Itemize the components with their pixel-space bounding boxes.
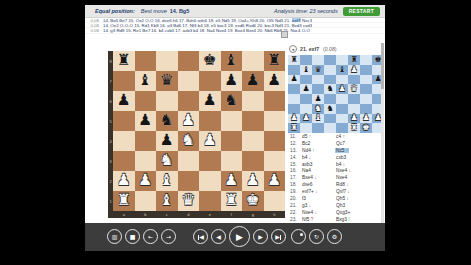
stop-icon: ■ xyxy=(130,233,136,240)
forward-button[interactable]: → xyxy=(161,229,176,244)
white-move[interactable]: axb3 xyxy=(301,162,313,167)
black-move[interactable]: b4 ↓ xyxy=(335,162,346,167)
board-square: ♞ xyxy=(324,104,336,114)
status-bar: Equal position: Best move 14. Bg5 Analys… xyxy=(85,5,385,18)
board-square[interactable]: ♟ xyxy=(264,171,286,191)
board-square xyxy=(324,123,336,133)
white-move[interactable]: exf7+ ↓ xyxy=(301,189,319,194)
file-label: c xyxy=(156,211,178,218)
board-square xyxy=(360,104,372,114)
chess-piece: ♟ xyxy=(138,173,152,189)
chess-piece: ♟ xyxy=(350,66,357,74)
board-square: ♜ xyxy=(348,123,360,133)
board-square[interactable] xyxy=(221,111,243,131)
board-square xyxy=(312,84,324,94)
board-square xyxy=(300,104,312,114)
chess-piece: ♞ xyxy=(181,133,195,149)
board-square[interactable] xyxy=(178,91,200,111)
board-square[interactable]: ♛ xyxy=(178,191,200,211)
black-move[interactable]: Rd8 ↓ xyxy=(335,182,350,187)
preview-eval-label: (0.08) xyxy=(323,46,337,52)
move-number: 13. xyxy=(288,148,301,153)
board-square xyxy=(336,75,348,85)
line-nav-icon[interactable]: ◂ xyxy=(289,45,297,53)
move-list-row: 21.g3 ↓Qh3 xyxy=(288,202,385,209)
chess-piece: ♜ xyxy=(350,124,357,132)
board-square xyxy=(312,123,324,133)
board-square[interactable]: ♝ xyxy=(221,51,243,71)
board-square xyxy=(288,84,300,94)
board-square: ♞ xyxy=(312,104,324,114)
selected-move[interactable]: exf7 xyxy=(292,18,301,23)
board-square[interactable]: ♞ xyxy=(156,151,178,171)
board-square xyxy=(324,94,336,104)
chess-piece: ♝ xyxy=(138,73,152,89)
move-number: 14. xyxy=(288,155,301,160)
move-number: 22. xyxy=(288,210,301,215)
chess-piece: ♟ xyxy=(203,93,217,109)
board-square xyxy=(336,94,348,104)
chess-piece: ♟ xyxy=(117,93,131,109)
chess-piece: ♝ xyxy=(302,66,309,74)
board-square[interactable] xyxy=(242,131,264,151)
line-eval: 0.08 xyxy=(88,23,99,28)
board-square[interactable]: ♞ xyxy=(221,91,243,111)
best-move-value: 14. Bg5 xyxy=(170,8,190,14)
white-move[interactable]: Bxe4 ↓ xyxy=(301,175,318,180)
chess-piece: ♜ xyxy=(290,124,297,132)
board-square[interactable] xyxy=(156,51,178,71)
board-square xyxy=(360,65,372,75)
board-square: ♜ xyxy=(348,55,360,65)
board-square[interactable] xyxy=(113,151,135,171)
file-labels: abcdefgh xyxy=(113,211,285,218)
line-moves: 14. g3 Rd8 15. Re1 Be7 16. b4 cxb3 17. a… xyxy=(103,28,310,33)
chess-piece: ♟ xyxy=(362,114,369,122)
board-square[interactable]: ♜ xyxy=(264,51,286,71)
board-square[interactable] xyxy=(242,111,264,131)
panel-resize-handle[interactable] xyxy=(281,31,288,38)
board-square xyxy=(336,55,348,65)
board-square xyxy=(336,123,348,133)
chess-piece: ♝ xyxy=(160,173,174,189)
board-square[interactable] xyxy=(264,191,286,211)
chess-piece: ♝ xyxy=(314,114,321,122)
board-square: ♚ xyxy=(360,123,372,133)
board-square[interactable] xyxy=(178,171,200,191)
white-move[interactable]: g3 ↓ xyxy=(301,203,312,208)
board-square: ♝ xyxy=(300,65,312,75)
line-moves: 14. Qe2 O-O-O 15. Rd1 Kb8 16. g3 Bd6 17.… xyxy=(103,23,312,28)
chess-piece: ♛ xyxy=(160,73,174,89)
board-square: ♟ xyxy=(348,114,360,124)
board-square[interactable] xyxy=(199,191,221,211)
arrow-right-icon: → xyxy=(166,233,171,240)
step-forward-button[interactable]: ▶ xyxy=(253,229,268,244)
chess-piece: ♞ xyxy=(160,153,174,169)
white-move[interactable]: Na4 xyxy=(301,168,312,173)
board-square[interactable] xyxy=(264,131,286,151)
board-square[interactable]: ♟ xyxy=(135,111,157,131)
board-square xyxy=(360,84,372,94)
step-back-icon: ◀ xyxy=(216,233,221,240)
move-list-row: 16.Na4Nxe4 ↓ xyxy=(288,167,385,174)
game-move-list: 11.d5 ↑c4 ↑12.Bc2Qc713.Nd4 ↑Nc5 ↑14.b4 ↓… xyxy=(288,133,385,223)
board-square[interactable] xyxy=(135,151,157,171)
board-square: ♟ xyxy=(300,84,312,94)
black-move[interactable]: Nxe4 ↓ xyxy=(335,168,352,173)
board-square[interactable] xyxy=(178,151,200,171)
move-list-row: 23.Nf5 ?Bxg3 ! xyxy=(288,216,385,223)
chess-piece: ♞ xyxy=(314,105,321,113)
chess-piece: ♚ xyxy=(203,53,217,69)
play-button[interactable]: ▶ xyxy=(229,226,250,247)
move-number: 11. xyxy=(288,134,301,139)
chess-piece: ♞ xyxy=(160,113,174,129)
move-list-row: 22.Nxe4 ↓Qxg3+ xyxy=(288,209,385,216)
stop-button[interactable]: ■ xyxy=(125,229,140,244)
chess-piece: ♜ xyxy=(267,53,281,69)
black-move[interactable]: Qh5 ↓ xyxy=(335,196,350,201)
skip-start-button[interactable]: ◀ xyxy=(193,229,208,244)
board-square[interactable] xyxy=(242,51,264,71)
board-square: ♟ xyxy=(360,114,372,124)
chess-piece: ♚ xyxy=(246,193,260,209)
move-number: 20. xyxy=(288,196,301,201)
line-moves: 14. Bg5 Be7 15. Qe2 O-O 16. dxe6 h6 17. … xyxy=(103,18,312,23)
board-square xyxy=(336,104,348,114)
board-square: ♛ xyxy=(348,84,360,94)
board-square[interactable]: ♟ xyxy=(221,171,243,191)
analysis-time-label: Analysis time: 23 seconds xyxy=(274,8,338,14)
board-square xyxy=(360,55,372,65)
move-list-row: 12.Bc2Qc7 xyxy=(288,140,385,147)
move-list-row: 17.Bxe4 ↓Nxe4 xyxy=(288,174,385,181)
move-number: 18. xyxy=(288,182,301,187)
black-move[interactable]: Bxg3 ! xyxy=(335,217,351,222)
board-square xyxy=(288,94,300,104)
board-square[interactable] xyxy=(264,151,286,171)
trash-icon: ▥ xyxy=(112,233,118,240)
chess-piece: ♟ xyxy=(302,85,309,93)
chess-piece: ♟ xyxy=(224,73,238,89)
board-square xyxy=(348,104,360,114)
chess-piece: ♟ xyxy=(290,75,297,83)
panel-scrollbar[interactable] xyxy=(381,43,384,223)
board-square[interactable]: ♛ xyxy=(156,71,178,91)
board-square[interactable]: ♜ xyxy=(113,191,135,211)
board-square[interactable]: ♟ xyxy=(264,71,286,91)
line-preview-header: ◂ 21. exf7 (0.08) xyxy=(288,43,385,55)
best-move-label: Best move xyxy=(141,8,167,14)
chess-piece: ♜ xyxy=(350,56,357,64)
board-square[interactable] xyxy=(135,91,157,111)
board-square xyxy=(288,104,300,114)
board-square: ♟ xyxy=(312,94,324,104)
board-square xyxy=(324,75,336,85)
board-square[interactable]: ♟ xyxy=(135,171,157,191)
board-square xyxy=(312,55,324,65)
black-move[interactable]: c4 ↑ xyxy=(335,134,346,139)
chess-piece: ♞ xyxy=(326,85,333,93)
move-number: 19. xyxy=(288,189,301,194)
chess-piece: ♟ xyxy=(350,114,357,122)
board-square[interactable] xyxy=(264,91,286,111)
chess-piece: ♜ xyxy=(117,193,131,209)
line-preview-board: ♜♜♚♝♛♝♟♟♟♟♞♟♛♟♞♞♟♟♝♟♟♟♜♜♚ xyxy=(288,55,385,133)
black-move[interactable]: Qc7 xyxy=(335,141,346,146)
board-square: ♟ xyxy=(288,75,300,85)
board-square[interactable]: ♝ xyxy=(135,71,157,91)
engine-lines: 0.0814. Bg5 Be7 15. Qe2 O-O 16. dxe6 h6 … xyxy=(85,18,385,35)
black-move[interactable]: Qxf7 ↓ xyxy=(335,189,351,194)
main-board-frame: 87654321 ♜♚♝♜♝♛♟♟♟♟♟♞♟♞♟♟♞♟♞♟♟♝♟♟♟♜♝♛♜♚ … xyxy=(108,51,285,218)
skip-end-button[interactable]: ▶ xyxy=(271,229,286,244)
black-move[interactable]: Qh3 xyxy=(335,203,346,208)
board-square: ♝ xyxy=(336,65,348,75)
board-square[interactable]: ♞ xyxy=(156,111,178,131)
chess-piece: ♜ xyxy=(290,56,297,64)
chess-piece: ♟ xyxy=(246,173,260,189)
move-number: 12. xyxy=(288,141,301,146)
play-icon: ▶ xyxy=(236,232,243,242)
preview-move-label: 21. exf7 xyxy=(300,46,319,52)
board-square: ♜ xyxy=(288,123,300,133)
board-square[interactable]: ♟ xyxy=(242,171,264,191)
board-square xyxy=(336,114,348,124)
board-square: ♝ xyxy=(312,114,324,124)
chess-piece: ♟ xyxy=(338,85,345,93)
chess-piece: ♝ xyxy=(224,53,238,69)
move-list-row: 11.d5 ↑c4 ↑ xyxy=(288,133,385,140)
white-move[interactable]: b4 ↓ xyxy=(301,155,312,160)
position-assessment: Equal position: xyxy=(95,8,135,14)
move-list-row: 14.b4 ↓cxb3 xyxy=(288,154,385,161)
board-square[interactable]: ♟ xyxy=(113,91,135,111)
chess-piece: ♟ xyxy=(314,95,321,103)
white-move[interactable]: d5 ↑ xyxy=(301,134,312,139)
chess-piece: ♜ xyxy=(117,53,131,69)
chess-piece: ♟ xyxy=(290,114,297,122)
file-label: b xyxy=(135,211,157,218)
white-move[interactable]: f3 xyxy=(301,196,307,201)
chess-piece: ♝ xyxy=(338,66,345,74)
board-square[interactable] xyxy=(135,191,157,211)
move-list-row: 20.f3Qh5 ↓ xyxy=(288,195,385,202)
board-square[interactable] xyxy=(135,131,157,151)
chess-piece: ♟ xyxy=(267,173,281,189)
board-square[interactable] xyxy=(199,71,221,91)
board-square[interactable]: ♝ xyxy=(156,171,178,191)
line-eval: 0.08 xyxy=(88,18,99,23)
chess-piece: ♟ xyxy=(267,73,281,89)
chess-piece: ♟ xyxy=(181,113,195,129)
board-square xyxy=(300,123,312,133)
board-square[interactable]: ♟ xyxy=(113,171,135,191)
flip-board-button[interactable]: ↻ xyxy=(309,229,324,244)
chess-piece: ♞ xyxy=(326,105,333,113)
board-square: ♟ xyxy=(300,114,312,124)
white-move[interactable]: Nf5 ? xyxy=(301,217,314,222)
black-move[interactable]: Nc5 ↑ xyxy=(335,148,349,153)
analysis-line[interactable]: 0.0814. g3 Rd8 15. Re1 Be7 16. b4 cxb3 1… xyxy=(85,28,385,33)
board-square[interactable]: ♜ xyxy=(113,51,135,71)
main-chess-board[interactable]: ♜♚♝♜♝♛♟♟♟♟♟♞♟♞♟♟♞♟♞♟♟♝♟♟♟♜♝♛♜♚ xyxy=(113,51,285,211)
chess-piece: ♟ xyxy=(160,133,174,149)
board-square xyxy=(300,75,312,85)
gear-icon: ⚙ xyxy=(332,233,337,240)
playback-toolbar: ▥■←→◀◀▶▶▶↻⚙ xyxy=(85,223,385,251)
move-list-row: 15.axb3b4 ↓ xyxy=(288,161,385,168)
white-move[interactable]: Nd4 ↑ xyxy=(301,148,316,153)
move-list-row: 19.exf7+ ↓Qxf7 ↓ xyxy=(288,188,385,195)
board-square[interactable] xyxy=(113,111,135,131)
black-move[interactable]: Qxg3+ xyxy=(335,210,351,215)
board-square[interactable] xyxy=(264,111,286,131)
board-square[interactable] xyxy=(156,91,178,111)
board-square xyxy=(348,75,360,85)
move-list-row: 13.Nd4 ↑Nc5 ↑ xyxy=(288,147,385,154)
board-square[interactable] xyxy=(199,171,221,191)
line-eval: 0.08 xyxy=(88,28,99,33)
board-square[interactable]: ♟ xyxy=(178,111,200,131)
board-square[interactable]: ♟ xyxy=(156,131,178,151)
chess-piece: ♛ xyxy=(314,66,321,74)
chess-piece: ♟ xyxy=(203,133,217,149)
board-square xyxy=(324,55,336,65)
board-square: ♛ xyxy=(312,65,324,75)
move-number: 16. xyxy=(288,168,301,173)
file-label: g xyxy=(242,211,264,218)
board-square[interactable] xyxy=(135,51,157,71)
chess-piece: ♚ xyxy=(362,124,369,132)
board-square xyxy=(360,94,372,104)
chess-analysis-window: Equal position: Best move 14. Bg5 Analys… xyxy=(85,5,385,251)
board-square xyxy=(300,55,312,65)
board-square[interactable] xyxy=(221,131,243,151)
back-button[interactable]: ← xyxy=(143,229,158,244)
white-move[interactable]: Bc2 xyxy=(301,141,311,146)
players-button[interactable] xyxy=(291,229,306,244)
board-square[interactable]: ♚ xyxy=(242,191,264,211)
file-label: f xyxy=(221,211,243,218)
skip-start-icon: ◀ xyxy=(197,233,204,240)
board-square: ♜ xyxy=(288,55,300,65)
black-move[interactable]: Nxe4 xyxy=(335,175,348,180)
move-number: 15. xyxy=(288,162,301,167)
board-square xyxy=(360,75,372,85)
board-square[interactable] xyxy=(199,151,221,171)
board-square[interactable]: ♟ xyxy=(199,91,221,111)
chess-piece: ♟ xyxy=(138,113,152,129)
file-label: h xyxy=(264,211,286,218)
board-square[interactable]: ♚ xyxy=(199,51,221,71)
board-square[interactable] xyxy=(178,71,200,91)
step-back-button[interactable]: ◀ xyxy=(211,229,226,244)
board-square[interactable]: ♟ xyxy=(199,131,221,151)
white-move[interactable]: dxe6 xyxy=(301,182,313,187)
move-number: 23. xyxy=(288,217,301,222)
chess-piece: ♟ xyxy=(246,73,260,89)
board-square[interactable] xyxy=(113,71,135,91)
board-square xyxy=(300,94,312,104)
board-square xyxy=(348,94,360,104)
board-square[interactable] xyxy=(178,51,200,71)
board-square xyxy=(324,65,336,75)
board-square[interactable] xyxy=(242,91,264,111)
chess-piece: ♟ xyxy=(224,173,238,189)
step-forward-icon: ▶ xyxy=(258,233,263,240)
restart-button[interactable]: RESTART xyxy=(343,7,380,16)
board-square[interactable]: ♟ xyxy=(221,71,243,91)
board-square[interactable]: ♞ xyxy=(178,131,200,151)
file-label: e xyxy=(199,211,221,218)
chess-piece: ♛ xyxy=(181,193,195,209)
board-square[interactable]: ♟ xyxy=(242,71,264,91)
move-number: 17. xyxy=(288,175,301,180)
board-square: ♟ xyxy=(348,65,360,75)
chess-piece: ♟ xyxy=(117,173,131,189)
board-square[interactable] xyxy=(199,111,221,131)
move-list-row: 18.dxe6Rd8 ↓ xyxy=(288,181,385,188)
chess-piece: ♛ xyxy=(350,85,357,93)
board-square: ♟ xyxy=(336,84,348,94)
board-square[interactable] xyxy=(242,151,264,171)
settings-button[interactable]: ⚙ xyxy=(327,229,342,244)
line-preview-panel: ◂ 21. exf7 (0.08) ♜♜♚♝♛♝♟♟♟♟♞♟♛♟♞♞♟♟♝♟♟♟… xyxy=(288,43,385,223)
board-square[interactable]: ♜ xyxy=(221,191,243,211)
board-square xyxy=(324,114,336,124)
move-number: 21. xyxy=(288,203,301,208)
black-move[interactable]: cxb3 xyxy=(335,155,347,160)
file-label: d xyxy=(178,211,200,218)
board-square[interactable]: ♝ xyxy=(156,191,178,211)
board-square: ♟ xyxy=(288,114,300,124)
chess-piece: ♝ xyxy=(160,193,174,209)
file-label: a xyxy=(113,211,135,218)
chess-piece: ♟ xyxy=(302,114,309,122)
board-square xyxy=(312,75,324,85)
delete-button[interactable]: ▥ xyxy=(107,229,122,244)
skip-end-icon: ▶ xyxy=(275,233,282,240)
chess-piece: ♞ xyxy=(224,93,238,109)
board-square: ♞ xyxy=(324,84,336,94)
rotate-icon: ↻ xyxy=(314,233,319,240)
arrow-left-icon: ← xyxy=(148,233,153,240)
chess-piece: ♜ xyxy=(224,193,238,209)
board-square[interactable] xyxy=(221,151,243,171)
white-move[interactable]: Nxe4 ↓ xyxy=(301,210,318,215)
board-square[interactable] xyxy=(113,131,135,151)
